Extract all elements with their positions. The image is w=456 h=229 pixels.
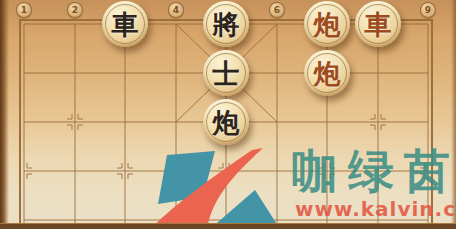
piece-glyph: 炮 — [314, 11, 341, 38]
piece-black-cannon[interactable]: 炮 — [203, 99, 249, 145]
piece-black-advisor[interactable]: 士 — [203, 50, 249, 96]
piece-red-cannon-2[interactable]: 炮 — [304, 50, 350, 96]
piece-black-general[interactable]: 將 — [203, 1, 249, 47]
board-frame-bottom — [0, 223, 456, 229]
piece-glyph: 炮 — [314, 60, 341, 87]
piece-glyph: 炮 — [213, 109, 240, 136]
piece-black-chariot[interactable]: 車 — [102, 1, 148, 47]
board-frame-right — [451, 0, 456, 229]
piece-glyph: 將 — [213, 11, 240, 38]
piece-red-chariot[interactable]: 車 — [355, 1, 401, 47]
piece-red-cannon-1[interactable]: 炮 — [304, 1, 350, 47]
piece-glyph: 士 — [213, 60, 240, 87]
piece-glyph: 車 — [365, 11, 392, 38]
piece-glyph: 車 — [112, 11, 139, 38]
board-frame-left — [0, 0, 9, 229]
piece-layer: 車將炮車士炮炮 — [0, 0, 456, 229]
xiangqi-board[interactable]: 123456789 咖绿茵 www.kalvin.cn 車將炮車士炮炮 — [0, 0, 456, 229]
